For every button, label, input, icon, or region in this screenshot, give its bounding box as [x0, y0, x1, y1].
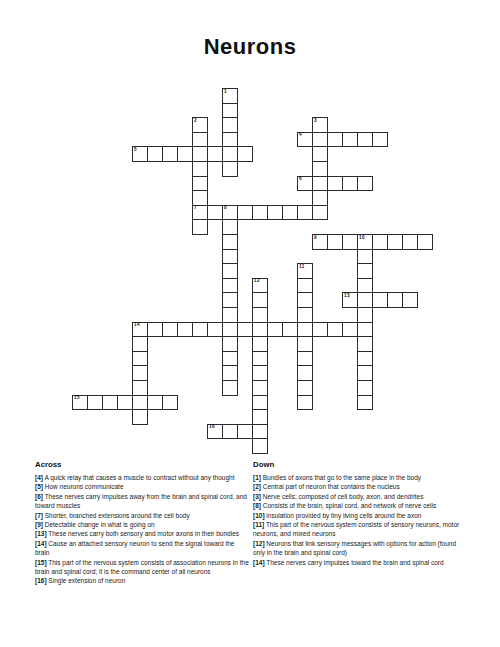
clue-item: [9] Detectable change in what is going o… [35, 520, 250, 529]
grid-cell[interactable] [177, 322, 193, 338]
cell-number: 10 [359, 236, 365, 241]
grid-cell[interactable] [207, 205, 223, 221]
grid-cell[interactable] [357, 380, 373, 396]
grid-cell[interactable] [192, 190, 208, 206]
clue-number: [15] [35, 559, 47, 566]
grid-cell[interactable] [357, 395, 373, 411]
grid-cell[interactable] [102, 395, 118, 411]
grid-cell[interactable]: 14 [132, 322, 148, 338]
cell-number: 5 [134, 148, 137, 153]
grid-cell[interactable] [162, 395, 178, 411]
grid-cell[interactable] [222, 234, 238, 250]
grid-cell[interactable] [312, 132, 328, 148]
grid-cell[interactable] [132, 409, 148, 425]
grid-cell[interactable] [132, 395, 148, 411]
grid-cell[interactable] [342, 322, 358, 338]
grid-cell[interactable] [357, 132, 373, 148]
grid-cell[interactable]: 10 [357, 234, 373, 250]
grid-cell[interactable]: 3 [312, 117, 328, 133]
grid-cell[interactable] [222, 219, 238, 235]
grid-cell[interactable] [357, 292, 373, 308]
cell-number: 14 [134, 323, 140, 328]
clue-number: [2] [253, 483, 261, 490]
grid-cell[interactable] [237, 146, 253, 162]
grid-cell[interactable] [237, 205, 253, 221]
cell-number: 16 [209, 425, 215, 430]
grid-cell[interactable] [402, 234, 418, 250]
grid-cell[interactable]: 11 [297, 263, 313, 279]
grid-cell[interactable] [192, 322, 208, 338]
clue-item: [3] Nerve cells; composed of cell body, … [253, 492, 466, 501]
grid-cell[interactable] [417, 234, 433, 250]
grid-cell[interactable] [252, 409, 268, 425]
grid-cell[interactable] [327, 234, 343, 250]
cell-number: 13 [344, 294, 350, 299]
grid-cell[interactable]: 7 [192, 205, 208, 221]
grid-cell[interactable] [222, 380, 238, 396]
grid-cell[interactable] [252, 292, 268, 308]
cell-number: 7 [194, 206, 197, 211]
clue-text: This part of the nervous system consists… [253, 521, 459, 537]
clue-number: [6] [35, 493, 43, 500]
clue-text: Cause an attached sensory neuron to send… [35, 540, 234, 556]
cell-number: 12 [254, 279, 260, 284]
grid-cell[interactable] [222, 351, 238, 367]
clue-number: [7] [35, 512, 43, 519]
grid-cell[interactable] [327, 132, 343, 148]
clue-item: [4] A quick relay that causes a muscle t… [35, 473, 250, 482]
grid-cell[interactable] [312, 322, 328, 338]
clue-text: Bundles of axons that go to the same pla… [261, 474, 421, 481]
grid-cell[interactable] [297, 292, 313, 308]
grid-cell[interactable] [297, 205, 313, 221]
grid-cell[interactable]: 9 [312, 234, 328, 250]
grid-cell[interactable] [312, 190, 328, 206]
grid-cell[interactable] [147, 395, 163, 411]
grid-cell[interactable] [237, 424, 253, 440]
grid-cell[interactable] [312, 161, 328, 177]
grid-cell[interactable] [222, 365, 238, 381]
grid-cell[interactable] [222, 292, 238, 308]
grid-cell[interactable] [267, 205, 283, 221]
clue-text: Nerve cells; composed of cell body, axon… [261, 493, 423, 500]
grid-cell[interactable] [357, 263, 373, 279]
clue-item: [6] These nerves carry impulses away fro… [35, 492, 250, 511]
clue-number: [8] [253, 502, 261, 509]
cell-number: 8 [224, 206, 227, 211]
across-clues-section: Across [4] A quick relay that causes a m… [35, 460, 250, 586]
grid-cell[interactable] [312, 146, 328, 162]
clue-number: [14] [253, 559, 265, 566]
grid-cell[interactable] [132, 336, 148, 352]
cell-number: 9 [314, 236, 317, 241]
grid-cell[interactable] [237, 322, 253, 338]
grid-cell[interactable] [192, 132, 208, 148]
clue-text: These nerves carry impulses away from th… [35, 493, 247, 509]
grid-cell[interactable] [222, 424, 238, 440]
grid-cell[interactable] [222, 263, 238, 279]
grid-cell[interactable]: 16 [207, 424, 223, 440]
grid-cell[interactable] [132, 351, 148, 367]
grid-cell[interactable] [267, 322, 283, 338]
grid-cell[interactable]: 15 [72, 395, 88, 411]
grid-cell[interactable] [357, 336, 373, 352]
clue-number: [11] [253, 521, 264, 528]
grid-cell[interactable] [222, 132, 238, 148]
across-clue-list: [4] A quick relay that causes a muscle t… [35, 473, 250, 586]
page-title: Neurons [0, 34, 500, 60]
clue-number: [13] [35, 530, 47, 537]
grid-cell[interactable] [252, 380, 268, 396]
clue-number: [14] [35, 540, 47, 547]
grid-cell[interactable] [192, 176, 208, 192]
clue-number: [5] [35, 483, 43, 490]
grid-cell[interactable] [312, 205, 328, 221]
grid-cell[interactable]: 5 [132, 146, 148, 162]
clue-text: These nerves carry impulses toward the b… [265, 559, 444, 566]
grid-cell[interactable]: 2 [192, 117, 208, 133]
grid-cell[interactable] [297, 351, 313, 367]
grid-cell[interactable] [207, 322, 223, 338]
grid-cell[interactable] [252, 322, 268, 338]
grid-cell[interactable] [87, 395, 103, 411]
clue-text: Consists of the brain, spinal cord, and … [261, 502, 436, 509]
clue-item: [2] Central part of neuron that contains… [253, 482, 466, 491]
cell-number: 4 [299, 133, 302, 138]
grid-cell[interactable] [297, 336, 313, 352]
grid-cell[interactable] [357, 307, 373, 323]
grid-cell[interactable] [252, 438, 268, 454]
down-clues-section: Down [1] Bundles of axons that go to the… [253, 460, 466, 567]
grid-cell[interactable] [252, 307, 268, 323]
grid-cell[interactable] [192, 161, 208, 177]
grid-cell[interactable] [147, 322, 163, 338]
grid-cell[interactable]: 4 [297, 132, 313, 148]
grid-cell[interactable] [372, 234, 388, 250]
clue-number: [12] [253, 540, 265, 547]
clue-text: Shorter, branched extensions around the … [43, 512, 190, 519]
grid-cell[interactable] [222, 249, 238, 265]
grid-cell[interactable]: 6 [297, 176, 313, 192]
down-clue-list: [1] Bundles of axons that go to the same… [253, 473, 466, 567]
clue-number: [16] [35, 577, 47, 584]
clue-text: Central part of neuron that contains the… [261, 483, 400, 490]
grid-cell[interactable] [282, 322, 298, 338]
clue-text: How neurons communicate [43, 483, 124, 490]
cell-number: 11 [299, 265, 305, 270]
cell-number: 2 [194, 119, 197, 124]
grid-cell[interactable] [297, 307, 313, 323]
cell-number: 1 [224, 90, 227, 95]
grid-cell[interactable] [297, 278, 313, 294]
grid-cell[interactable] [222, 161, 238, 177]
grid-cell[interactable] [387, 234, 403, 250]
grid-cell[interactable] [252, 205, 268, 221]
clue-number: [3] [253, 493, 261, 500]
grid-cell[interactable] [192, 219, 208, 235]
clue-item: [16] Single extension of neuron [35, 576, 250, 585]
grid-cell[interactable] [222, 117, 238, 133]
clue-text: This part of the nervous system consists… [35, 559, 249, 575]
grid-cell[interactable] [252, 395, 268, 411]
grid-cell[interactable] [327, 322, 343, 338]
grid-cell[interactable] [222, 336, 238, 352]
clue-item: [12] Neurons that link sensory messages … [253, 539, 466, 558]
grid-cell[interactable] [297, 365, 313, 381]
down-heading: Down [253, 460, 466, 469]
clue-number: [10] [253, 512, 265, 519]
grid-cell[interactable]: 12 [252, 278, 268, 294]
grid-cell[interactable] [162, 146, 178, 162]
grid-cell[interactable]: 13 [342, 292, 358, 308]
clue-text: Neurons that link sensory messages with … [253, 540, 456, 556]
grid-cell[interactable] [357, 365, 373, 381]
clue-item: [14] These nerves carry impulses toward … [253, 558, 466, 567]
grid-cell[interactable] [297, 380, 313, 396]
grid-cell[interactable] [132, 380, 148, 396]
clue-item: [8] Consists of the brain, spinal cord, … [253, 501, 466, 510]
grid-cell[interactable] [297, 322, 313, 338]
clue-item: [7] Shorter, branched extensions around … [35, 511, 250, 520]
cell-number: 15 [74, 396, 80, 401]
grid-cell[interactable] [222, 146, 238, 162]
clue-text: A quick relay that causes a muscle to co… [43, 474, 235, 481]
grid-cell[interactable] [117, 395, 133, 411]
grid-cell[interactable] [192, 146, 208, 162]
clue-item: [13] These nerves carry both sensory and… [35, 529, 250, 538]
grid-cell[interactable] [297, 395, 313, 411]
grid-cell[interactable] [132, 365, 148, 381]
clue-item: [1] Bundles of axons that go to the same… [253, 473, 466, 482]
across-heading: Across [35, 460, 250, 469]
crossword-grid: 12345678910111213141516 [72, 88, 433, 454]
grid-cell[interactable] [177, 146, 193, 162]
clue-text: Detectable change in what is going on [43, 521, 155, 528]
grid-cell[interactable] [222, 322, 238, 338]
grid-cell[interactable] [342, 234, 358, 250]
grid-cell[interactable] [387, 292, 403, 308]
grid-cell[interactable] [312, 176, 328, 192]
grid-cell[interactable] [147, 146, 163, 162]
clue-item: [5] How neurons communicate [35, 482, 250, 491]
grid-cell[interactable] [222, 307, 238, 323]
clue-item: [11] This part of the nervous system con… [253, 520, 466, 539]
grid-cell[interactable] [357, 249, 373, 265]
clue-item: [10] insulation provided by tiny living … [253, 511, 466, 520]
grid-cell[interactable] [402, 292, 418, 308]
clue-number: [1] [253, 474, 261, 481]
grid-cell[interactable] [372, 292, 388, 308]
grid-cell[interactable] [222, 103, 238, 119]
cell-number: 3 [314, 119, 317, 124]
grid-cell[interactable] [342, 176, 358, 192]
grid-cell[interactable] [282, 205, 298, 221]
grid-cell[interactable] [357, 278, 373, 294]
grid-cell[interactable] [252, 365, 268, 381]
grid-cell[interactable] [162, 322, 178, 338]
grid-cell[interactable]: 8 [222, 205, 238, 221]
grid-cell[interactable] [357, 176, 373, 192]
clue-item: [14] Cause an attached sensory neuron to… [35, 539, 250, 558]
clue-text: insulation provided by tiny living cells… [265, 512, 422, 519]
grid-cell[interactable]: 1 [222, 88, 238, 104]
grid-cell[interactable] [207, 146, 223, 162]
grid-cell[interactable] [357, 322, 373, 338]
clue-text: Single extension of neuron [47, 577, 126, 584]
grid-cell[interactable] [357, 351, 373, 367]
grid-cell[interactable] [342, 132, 358, 148]
clue-text: These nerves carry both sensory and moto… [47, 530, 239, 537]
grid-cell[interactable] [327, 176, 343, 192]
crossword-page: Neurons 12345678910111213141516 Across [… [0, 0, 500, 647]
grid-cell[interactable] [372, 132, 388, 148]
clue-item: [15] This part of the nervous system con… [35, 558, 250, 577]
grid-cell[interactable] [252, 424, 268, 440]
clue-number: [4] [35, 474, 43, 481]
grid-cell[interactable] [222, 278, 238, 294]
clue-number: [9] [35, 521, 43, 528]
cell-number: 6 [299, 177, 302, 182]
grid-cell[interactable] [252, 351, 268, 367]
grid-cell[interactable] [252, 336, 268, 352]
